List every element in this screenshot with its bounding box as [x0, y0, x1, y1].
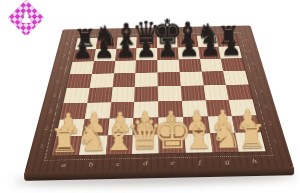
square-d5 — [135, 73, 158, 87]
square-f6 — [178, 59, 201, 72]
file-label-f: f — [186, 158, 214, 166]
square-c5 — [112, 73, 135, 87]
file-label-e: e — [159, 158, 187, 166]
square-b2: ♟ — [82, 118, 109, 136]
square-b8: ♞ — [96, 37, 118, 49]
square-d3 — [134, 101, 159, 118]
square-e1: ♚ — [158, 134, 185, 153]
square-f2: ♟ — [183, 116, 210, 134]
square-h1: ♜ — [235, 132, 265, 151]
chessboard-product-photo[interactable]: ♟ ♜♞♝♛♚♝♞♜♟♟♟♟♟♟♟♟♟♟♟♟♟♟♟♟♜♞♝♛♚♝♞♜ abcde… — [0, 0, 300, 193]
square-c6 — [114, 60, 136, 73]
square-a3 — [60, 103, 87, 120]
square-f7: ♟ — [177, 47, 199, 59]
rank-label-left-8: 8 — [59, 38, 75, 50]
square-d7: ♟ — [136, 48, 157, 60]
square-g2: ♟ — [207, 116, 235, 134]
square-c1: ♝ — [105, 135, 132, 154]
square-e7: ♟ — [157, 47, 178, 59]
square-h8: ♜ — [216, 35, 239, 47]
square-b1: ♞ — [79, 136, 108, 155]
square-b7: ♟ — [94, 49, 116, 61]
board-grid: ♜♞♝♛♚♝♞♜♟♟♟♟♟♟♟♟♟♟♟♟♟♟♟♟♜♞♝♛♚♝♞♜ — [52, 35, 266, 156]
file-label-d: d — [132, 159, 159, 167]
square-g1: ♞ — [210, 133, 239, 152]
square-b6 — [92, 61, 115, 74]
square-d4 — [134, 86, 158, 101]
file-label-g: g — [213, 157, 241, 165]
square-a2: ♟ — [56, 119, 84, 137]
square-g4 — [203, 85, 229, 100]
square-d2: ♟ — [133, 117, 159, 135]
square-c3 — [109, 102, 134, 119]
square-e3 — [158, 101, 183, 117]
page-background: { "game": "chess", "position": { "fen": … — [0, 0, 300, 193]
file-label-c: c — [104, 159, 132, 167]
square-h7: ♟ — [218, 46, 242, 58]
square-e2: ♟ — [158, 117, 184, 135]
square-a1: ♜ — [52, 136, 82, 155]
square-d6 — [135, 60, 157, 73]
square-d1: ♛ — [132, 135, 159, 154]
file-label-h: h — [240, 156, 269, 164]
square-h2: ♟ — [232, 115, 261, 133]
square-a6 — [70, 61, 94, 74]
rank-label-left-7: 7 — [56, 50, 72, 62]
square-g3 — [205, 100, 232, 116]
square-g7: ♟ — [198, 47, 221, 59]
square-a8: ♜ — [75, 38, 97, 50]
square-b3 — [84, 102, 110, 119]
square-h3 — [229, 99, 257, 115]
square-e4 — [158, 86, 182, 101]
square-h6 — [221, 58, 245, 71]
square-a7: ♟ — [72, 49, 95, 61]
file-label-a: a — [49, 160, 78, 168]
square-f3 — [182, 100, 208, 116]
board-scene: ♜♞♝♛♚♝♞♜♟♟♟♟♟♟♟♟♟♟♟♟♟♟♟♟♜♞♝♛♚♝♞♜ abcdefg… — [0, 0, 300, 193]
square-b5 — [89, 74, 113, 88]
square-f8: ♝ — [177, 36, 198, 48]
square-g8: ♞ — [196, 35, 218, 47]
file-label-b: b — [77, 160, 105, 168]
square-c7: ♟ — [115, 48, 137, 60]
square-f4 — [180, 85, 205, 100]
square-f1: ♝ — [184, 133, 212, 152]
square-c2: ♟ — [107, 118, 133, 136]
square-e6 — [157, 59, 179, 72]
chess-board: ♜♞♝♛♚♝♞♜♟♟♟♟♟♟♟♟♟♟♟♟♟♟♟♟♜♞♝♛♚♝♞♜ abcdefg… — [24, 26, 294, 174]
square-a5 — [67, 74, 92, 88]
rank-label-left-6: 6 — [52, 62, 69, 75]
